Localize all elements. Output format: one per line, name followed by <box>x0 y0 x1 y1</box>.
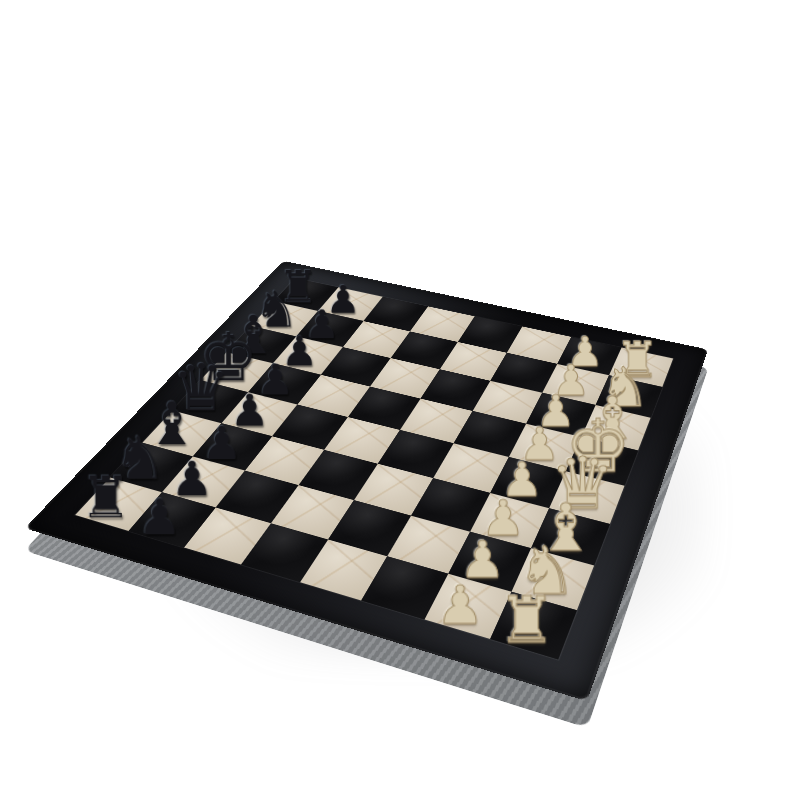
piece-white-rook[interactable]: ♜ <box>498 588 556 652</box>
piece-black-pawn[interactable]: ♟ <box>137 493 181 542</box>
chess-set-photo: ♜♟♟♜♞♟♟♞♝♟♟♝♚♟♟♚♛♟♟♛♝♟♟♝♞♟♟♞♜♟♟♜ <box>0 0 800 800</box>
piece-black-rook[interactable]: ♜ <box>80 469 131 526</box>
piece-white-pawn[interactable]: ♟ <box>436 578 484 632</box>
chess-board: ♜♟♟♜♞♟♟♞♝♟♟♝♚♟♟♚♛♟♟♛♝♟♟♝♞♟♟♞♜♟♟♜ <box>25 261 709 701</box>
